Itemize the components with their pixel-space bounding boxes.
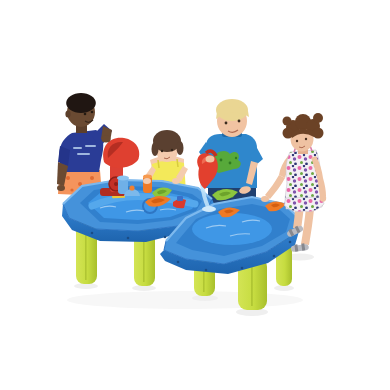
girl-right-arm-left-forearm bbox=[265, 175, 285, 199]
girl-right-hand-left bbox=[261, 196, 269, 202]
girl-middle-hand-right bbox=[143, 178, 151, 184]
girl-middle-hair-side-right bbox=[177, 141, 184, 155]
girl-right-hand-right bbox=[320, 194, 326, 202]
boy-left-hand-right bbox=[102, 136, 111, 143]
girl-middle-hand-left bbox=[172, 178, 180, 184]
girl-right-hair-bun-left bbox=[283, 117, 292, 126]
blue-funnel-top bbox=[117, 175, 129, 180]
table-leg-seam bbox=[251, 262, 253, 306]
right-basin-water bbox=[192, 213, 272, 245]
red-blue-tugboat-cabin bbox=[177, 196, 183, 201]
product-photo bbox=[0, 0, 390, 390]
boy-blond-hand-right bbox=[206, 156, 215, 163]
girl-right-hair-bun-right bbox=[313, 113, 323, 123]
crane-wheel-hub bbox=[114, 182, 118, 186]
dome-orange-knob bbox=[129, 185, 134, 190]
boy-left-hand-left bbox=[57, 185, 65, 191]
girl-middle-hair-side-left bbox=[152, 142, 159, 156]
boy-left-hair bbox=[66, 93, 96, 113]
water-splash bbox=[202, 206, 216, 212]
boy-left-ear bbox=[65, 110, 70, 117]
girl-right-swimsuit-ruffle bbox=[284, 197, 324, 212]
product-image-canvas bbox=[0, 0, 390, 390]
orange-cup-top bbox=[143, 175, 152, 179]
scene-illustration bbox=[0, 0, 390, 390]
boy-left bbox=[57, 93, 112, 196]
